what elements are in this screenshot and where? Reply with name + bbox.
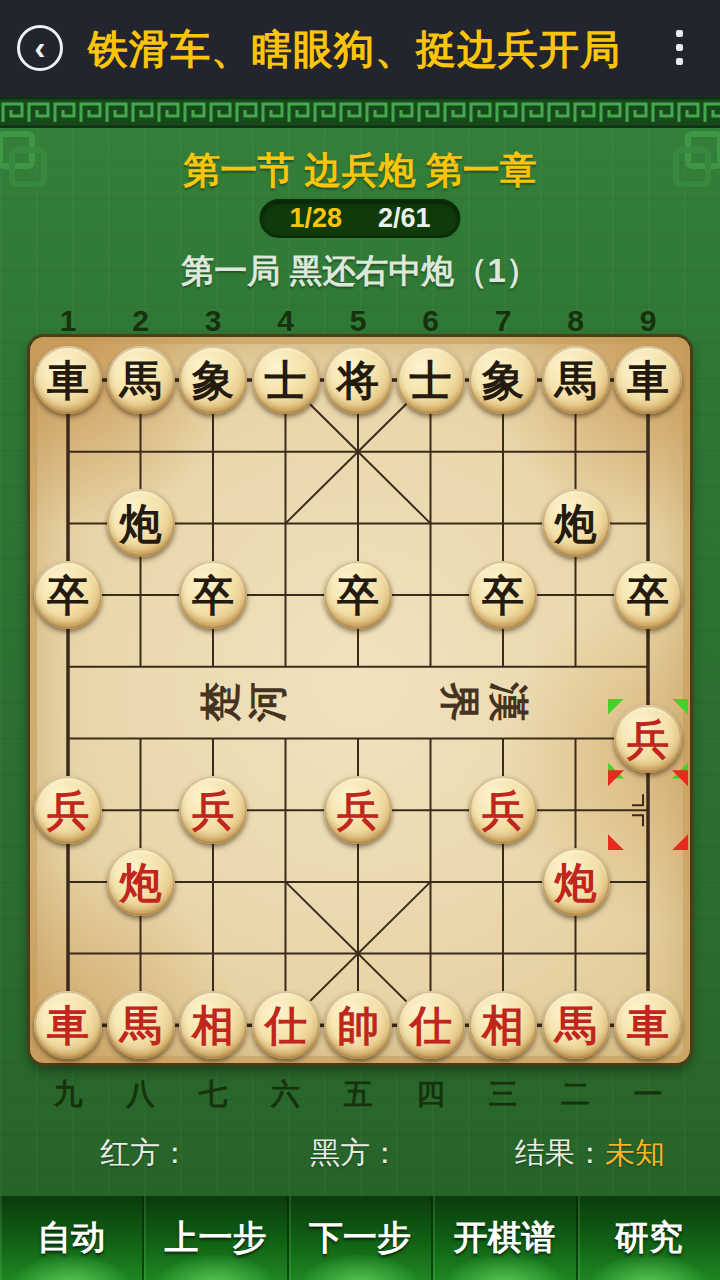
file-label-bottom-8: 二 xyxy=(561,1075,590,1115)
piece-red-pawn[interactable]: 兵 xyxy=(179,776,247,844)
piece-red-horse[interactable]: 馬 xyxy=(107,991,175,1059)
river-label-jie: 界 xyxy=(432,682,487,722)
file-label-top-9: 9 xyxy=(640,304,657,338)
section-title: 第一节 边兵炮 第一章 xyxy=(0,146,720,196)
bottom-toolbar: 自动上一步下一步开棋谱研究 xyxy=(0,1196,720,1280)
file-label-bottom-7: 三 xyxy=(489,1075,518,1115)
piece-black-rook[interactable]: 車 xyxy=(34,346,102,414)
piece-black-general[interactable]: 将 xyxy=(324,346,392,414)
auto-play-button[interactable]: 自动 xyxy=(0,1196,144,1280)
river-label-han: 漢 xyxy=(481,682,536,722)
piece-black-pawn[interactable]: 卒 xyxy=(179,561,247,629)
open-gamebook-button[interactable]: 开棋谱 xyxy=(433,1196,577,1280)
piece-black-pawn[interactable]: 卒 xyxy=(469,561,537,629)
piece-red-pawn[interactable]: 兵 xyxy=(614,705,682,773)
file-label-top-7: 7 xyxy=(495,304,512,338)
piece-black-cannon[interactable]: 炮 xyxy=(107,489,175,557)
piece-red-elephant[interactable]: 相 xyxy=(469,991,537,1059)
piece-black-elephant[interactable]: 象 xyxy=(469,346,537,414)
piece-black-advisor[interactable]: 士 xyxy=(252,346,320,414)
piece-red-cannon[interactable]: 炮 xyxy=(542,848,610,916)
piece-black-advisor[interactable]: 士 xyxy=(397,346,465,414)
piece-red-horse[interactable]: 馬 xyxy=(542,991,610,1059)
page-title: 铁滑车、瞎眼狗、挺边兵开局 xyxy=(88,0,621,97)
file-label-top-1: 1 xyxy=(60,304,77,338)
progress-current: 1/28 xyxy=(289,203,342,234)
black-player-label: 黑方： xyxy=(310,1133,400,1174)
result-value: 未知 xyxy=(605,1136,665,1169)
red-player-label: 红方： xyxy=(100,1133,190,1174)
file-label-bottom-9: 一 xyxy=(634,1075,663,1115)
progress-indicator: 1/28 2/61 xyxy=(259,199,460,238)
piece-black-cannon[interactable]: 炮 xyxy=(542,489,610,557)
back-icon[interactable]: ‹ xyxy=(17,25,63,71)
file-label-top-5: 5 xyxy=(350,304,367,338)
progress-total: 2/61 xyxy=(378,203,431,234)
file-label-bottom-4: 六 xyxy=(271,1075,300,1115)
file-label-bottom-2: 八 xyxy=(126,1075,155,1115)
file-label-top-4: 4 xyxy=(277,304,294,338)
board-grid xyxy=(30,337,690,1063)
app-screen: ‹ 铁滑车、瞎眼狗、挺边兵开局 第一节 边兵炮 第一章 1/28 2/61 第一… xyxy=(0,0,720,1280)
piece-black-elephant[interactable]: 象 xyxy=(179,346,247,414)
xiangqi-board[interactable]: 楚河界漢 車馬象士将士象馬車炮炮卒卒卒卒卒兵兵兵兵兵炮炮車馬相仕帥仕相馬車 xyxy=(30,337,690,1063)
piece-black-pawn[interactable]: 卒 xyxy=(34,561,102,629)
prev-move-button[interactable]: 上一步 xyxy=(144,1196,288,1280)
piece-red-rook[interactable]: 車 xyxy=(34,991,102,1059)
river-label-he: 河 xyxy=(240,682,295,722)
file-label-bottom-3: 七 xyxy=(199,1075,228,1115)
piece-red-pawn[interactable]: 兵 xyxy=(469,776,537,844)
next-move-button[interactable]: 下一步 xyxy=(289,1196,433,1280)
piece-red-pawn[interactable]: 兵 xyxy=(324,776,392,844)
piece-red-advisor[interactable]: 仕 xyxy=(252,991,320,1059)
file-label-top-8: 8 xyxy=(567,304,584,338)
file-label-top-2: 2 xyxy=(132,304,149,338)
file-label-bottom-5: 五 xyxy=(344,1075,373,1115)
file-label-top-6: 6 xyxy=(422,304,439,338)
piece-red-general[interactable]: 帥 xyxy=(324,991,392,1059)
piece-red-advisor[interactable]: 仕 xyxy=(397,991,465,1059)
piece-black-horse[interactable]: 馬 xyxy=(542,346,610,414)
top-bar: ‹ 铁滑车、瞎眼狗、挺边兵开局 xyxy=(0,0,720,97)
piece-black-pawn[interactable]: 卒 xyxy=(324,561,392,629)
file-label-bottom-1: 九 xyxy=(54,1075,83,1115)
piece-red-pawn[interactable]: 兵 xyxy=(34,776,102,844)
piece-black-pawn[interactable]: 卒 xyxy=(614,561,682,629)
piece-black-horse[interactable]: 馬 xyxy=(107,346,175,414)
meander-border xyxy=(0,97,720,128)
game-title: 第一局 黑还右中炮（1） xyxy=(0,249,720,294)
result-label: 结果：未知 xyxy=(515,1133,665,1174)
piece-black-rook[interactable]: 車 xyxy=(614,346,682,414)
file-label-bottom-6: 四 xyxy=(416,1075,445,1115)
overflow-menu-icon[interactable] xyxy=(676,30,684,70)
piece-red-elephant[interactable]: 相 xyxy=(179,991,247,1059)
file-label-top-3: 3 xyxy=(205,304,222,338)
research-button[interactable]: 研究 xyxy=(578,1196,720,1280)
piece-red-rook[interactable]: 車 xyxy=(614,991,682,1059)
piece-red-cannon[interactable]: 炮 xyxy=(107,848,175,916)
